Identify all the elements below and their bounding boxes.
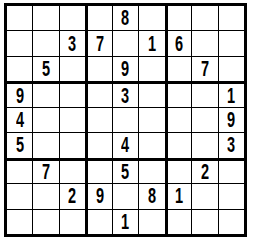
cell-r7c2: 7 <box>33 159 58 183</box>
cell-r7c9[interactable] <box>219 159 244 183</box>
cell-r6c1: 5 <box>7 133 32 157</box>
cell-r5c6[interactable] <box>139 108 164 132</box>
given-digit-r7c5: 5 <box>121 161 129 183</box>
cell-r6c3[interactable] <box>60 133 85 157</box>
cell-r6c6[interactable] <box>139 133 164 157</box>
cell-r6c9: 3 <box>219 133 244 157</box>
given-digit-r8c6: 8 <box>148 185 156 207</box>
cell-r5c9: 9 <box>219 108 244 132</box>
cell-r2c4: 7 <box>86 31 111 55</box>
given-digit-r4c5: 3 <box>121 85 129 107</box>
given-digit-r2c6: 1 <box>148 33 156 55</box>
cell-r9c1[interactable] <box>7 210 32 234</box>
given-digit-r3c2: 5 <box>42 58 50 80</box>
cell-r8c8[interactable] <box>192 184 217 208</box>
cell-r1c9[interactable] <box>219 6 244 30</box>
given-digit-r7c8: 2 <box>201 161 209 183</box>
given-digit-r5c1: 4 <box>16 109 24 131</box>
given-digit-r3c8: 7 <box>201 58 209 80</box>
cell-r1c5: 8 <box>113 6 138 30</box>
given-digit-r2c7: 6 <box>175 33 183 55</box>
cell-r6c4[interactable] <box>86 133 111 157</box>
cell-r5c7[interactable] <box>166 108 191 132</box>
cell-r2c7: 6 <box>166 31 191 55</box>
cell-r3c3[interactable] <box>60 57 85 81</box>
cell-r1c4[interactable] <box>86 6 111 30</box>
cell-r4c2[interactable] <box>33 82 58 106</box>
cell-r8c4: 9 <box>86 184 111 208</box>
cell-r5c2[interactable] <box>33 108 58 132</box>
cell-r7c5: 5 <box>113 159 138 183</box>
given-digit-r8c7: 1 <box>175 185 183 207</box>
cell-r9c2[interactable] <box>33 210 58 234</box>
given-digit-r5c9: 9 <box>227 109 235 131</box>
cell-r5c3[interactable] <box>60 108 85 132</box>
cell-r1c8[interactable] <box>192 6 217 30</box>
cell-r5c4[interactable] <box>86 108 111 132</box>
cell-r3c5: 9 <box>113 57 138 81</box>
cell-r7c3[interactable] <box>60 159 85 183</box>
cell-r4c8[interactable] <box>192 82 217 106</box>
cell-r1c3[interactable] <box>60 6 85 30</box>
cell-r2c5[interactable] <box>113 31 138 55</box>
cell-r9c7[interactable] <box>166 210 191 234</box>
cell-r3c1[interactable] <box>7 57 32 81</box>
cell-r4c4[interactable] <box>86 82 111 106</box>
cell-r3c6[interactable] <box>139 57 164 81</box>
given-digit-r8c4: 9 <box>96 185 104 207</box>
cell-r2c8[interactable] <box>192 31 217 55</box>
cell-r3c4[interactable] <box>86 57 111 81</box>
given-digit-r1c5: 8 <box>121 7 129 29</box>
given-digit-r9c5: 1 <box>121 211 129 233</box>
given-digit-r8c3: 2 <box>69 185 77 207</box>
cell-r6c7[interactable] <box>166 133 191 157</box>
cell-r2c6: 1 <box>139 31 164 55</box>
cell-r4c3[interactable] <box>60 82 85 106</box>
cell-r9c3[interactable] <box>60 210 85 234</box>
cell-r7c8: 2 <box>192 159 217 183</box>
cell-r3c7[interactable] <box>166 57 191 81</box>
cell-r6c2[interactable] <box>33 133 58 157</box>
cell-r4c1: 9 <box>7 82 32 106</box>
cell-r1c1[interactable] <box>7 6 32 30</box>
cell-r4c9: 1 <box>219 82 244 106</box>
cell-r5c8[interactable] <box>192 108 217 132</box>
given-digit-r4c9: 1 <box>227 85 235 107</box>
cell-r8c3: 2 <box>60 184 85 208</box>
sudoku-board: 837165979314954375229811 <box>4 3 247 237</box>
cell-r8c6: 8 <box>139 184 164 208</box>
cell-r3c8: 7 <box>192 57 217 81</box>
given-digit-r7c2: 7 <box>42 161 50 183</box>
given-digit-r4c1: 9 <box>16 85 24 107</box>
cell-r4c7[interactable] <box>166 82 191 106</box>
cell-r8c9[interactable] <box>219 184 244 208</box>
cell-r3c2: 5 <box>33 57 58 81</box>
given-digit-r2c4: 7 <box>96 33 104 55</box>
cell-r8c7: 1 <box>166 184 191 208</box>
cell-r1c7[interactable] <box>166 6 191 30</box>
cell-r7c6[interactable] <box>139 159 164 183</box>
cell-r9c6[interactable] <box>139 210 164 234</box>
given-digit-r6c1: 5 <box>16 134 24 156</box>
cell-r3c9[interactable] <box>219 57 244 81</box>
cell-r9c5: 1 <box>113 210 138 234</box>
cell-r1c2[interactable] <box>33 6 58 30</box>
cell-r6c5: 4 <box>113 133 138 157</box>
cell-r4c6[interactable] <box>139 82 164 106</box>
cell-r5c5[interactable] <box>113 108 138 132</box>
cell-r2c1[interactable] <box>7 31 32 55</box>
cell-r9c4[interactable] <box>86 210 111 234</box>
cell-r1c6[interactable] <box>139 6 164 30</box>
cell-r7c1[interactable] <box>7 159 32 183</box>
cell-r8c1[interactable] <box>7 184 32 208</box>
cell-r8c2[interactable] <box>33 184 58 208</box>
cell-r6c8[interactable] <box>192 133 217 157</box>
given-digit-r6c5: 4 <box>121 134 129 156</box>
cell-r5c1: 4 <box>7 108 32 132</box>
cell-r9c8[interactable] <box>192 210 217 234</box>
cell-r9c9[interactable] <box>219 210 244 234</box>
given-digit-r6c9: 3 <box>227 134 235 156</box>
cell-r8c5[interactable] <box>113 184 138 208</box>
cell-r4c5: 3 <box>113 82 138 106</box>
cell-r2c3: 3 <box>60 31 85 55</box>
cell-r2c9[interactable] <box>219 31 244 55</box>
given-digit-r3c5: 9 <box>121 58 129 80</box>
cell-r7c4[interactable] <box>86 159 111 183</box>
given-digit-r2c3: 3 <box>69 33 77 55</box>
cell-r2c2[interactable] <box>33 31 58 55</box>
cell-r7c7[interactable] <box>166 159 191 183</box>
